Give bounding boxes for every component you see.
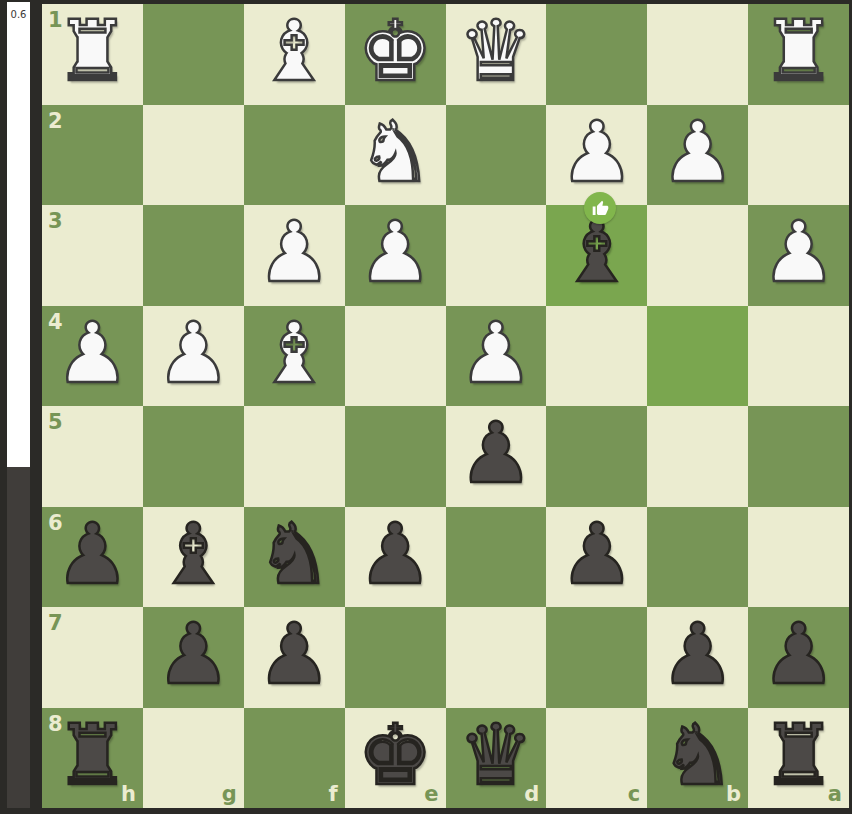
square-a4[interactable]	[748, 306, 849, 407]
square-g4[interactable]: ♟	[143, 306, 244, 407]
square-f6[interactable]: ♞	[244, 507, 345, 608]
white-pawn[interactable]: ♟	[660, 110, 735, 194]
white-rook[interactable]: ♜	[761, 9, 836, 93]
square-a7[interactable]: ♟	[748, 607, 849, 708]
white-king[interactable]: ♚	[357, 9, 432, 93]
chess-board: 1♜♝♚♛♜2♞♟♟3♟♟♝♟4♟♟♝♟5♟6♟♝♞♟♟7♟♟♟♟8h♜gfe♚…	[42, 4, 849, 808]
square-d1[interactable]: ♛	[446, 4, 547, 105]
white-bishop[interactable]: ♝	[257, 9, 332, 93]
white-pawn[interactable]: ♟	[761, 210, 836, 294]
black-queen[interactable]: ♛	[458, 713, 533, 797]
square-c8[interactable]: c	[546, 708, 647, 809]
square-c2[interactable]: ♟	[546, 105, 647, 206]
square-b4[interactable]	[647, 306, 748, 407]
square-e4[interactable]	[345, 306, 446, 407]
square-b2[interactable]: ♟	[647, 105, 748, 206]
square-g7[interactable]: ♟	[143, 607, 244, 708]
square-h6[interactable]: 6♟	[42, 507, 143, 608]
square-e7[interactable]	[345, 607, 446, 708]
black-pawn[interactable]: ♟	[660, 612, 735, 696]
square-d8[interactable]: d♛	[446, 708, 547, 809]
black-pawn[interactable]: ♟	[357, 512, 432, 596]
square-b7[interactable]: ♟	[647, 607, 748, 708]
square-a5[interactable]	[748, 406, 849, 507]
white-pawn[interactable]: ♟	[458, 311, 533, 395]
black-knight[interactable]: ♞	[257, 512, 332, 596]
file-label-f: f	[328, 784, 337, 805]
square-g1[interactable]	[143, 4, 244, 105]
thumbs-up-icon	[592, 200, 609, 217]
square-c1[interactable]	[546, 4, 647, 105]
white-knight[interactable]: ♞	[357, 110, 432, 194]
square-d6[interactable]	[446, 507, 547, 608]
black-pawn[interactable]: ♟	[55, 512, 130, 596]
white-bishop[interactable]: ♝	[257, 311, 332, 395]
black-knight[interactable]: ♞	[660, 713, 735, 797]
square-h7[interactable]: 7	[42, 607, 143, 708]
square-g2[interactable]	[143, 105, 244, 206]
square-g6[interactable]: ♝	[143, 507, 244, 608]
square-a2[interactable]	[748, 105, 849, 206]
square-a3[interactable]: ♟	[748, 205, 849, 306]
square-h3[interactable]: 3	[42, 205, 143, 306]
square-c4[interactable]	[546, 306, 647, 407]
square-h8[interactable]: 8h♜	[42, 708, 143, 809]
evaluation-score: 0.6	[7, 9, 30, 20]
square-c7[interactable]	[546, 607, 647, 708]
square-d4[interactable]: ♟	[446, 306, 547, 407]
square-g3[interactable]	[143, 205, 244, 306]
square-b1[interactable]	[647, 4, 748, 105]
white-rook[interactable]: ♜	[55, 9, 130, 93]
white-pawn[interactable]: ♟	[55, 311, 130, 395]
square-e1[interactable]: ♚	[345, 4, 446, 105]
square-a8[interactable]: a♜	[748, 708, 849, 809]
black-pawn[interactable]: ♟	[257, 612, 332, 696]
white-pawn[interactable]: ♟	[156, 311, 231, 395]
square-a6[interactable]	[748, 507, 849, 608]
rank-label-5: 5	[48, 412, 63, 433]
square-h2[interactable]: 2	[42, 105, 143, 206]
black-pawn[interactable]: ♟	[156, 612, 231, 696]
square-b6[interactable]	[647, 507, 748, 608]
black-king[interactable]: ♚	[357, 713, 432, 797]
square-f3[interactable]: ♟	[244, 205, 345, 306]
square-f5[interactable]	[244, 406, 345, 507]
square-b3[interactable]	[647, 205, 748, 306]
rank-label-3: 3	[48, 211, 63, 232]
square-g5[interactable]	[143, 406, 244, 507]
black-rook[interactable]: ♜	[55, 713, 130, 797]
rank-label-7: 7	[48, 613, 63, 634]
black-bishop[interactable]: ♝	[156, 512, 231, 596]
square-d3[interactable]	[446, 205, 547, 306]
good-move-badge	[584, 192, 616, 224]
rank-label-2: 2	[48, 111, 63, 132]
square-e8[interactable]: e♚	[345, 708, 446, 809]
white-pawn[interactable]: ♟	[559, 110, 634, 194]
square-f2[interactable]	[244, 105, 345, 206]
square-a1[interactable]: ♜	[748, 4, 849, 105]
white-queen[interactable]: ♛	[458, 9, 533, 93]
evaluation-bar-black-portion	[7, 467, 30, 808]
square-f1[interactable]: ♝	[244, 4, 345, 105]
square-h5[interactable]: 5	[42, 406, 143, 507]
square-e3[interactable]: ♟	[345, 205, 446, 306]
file-label-g: g	[222, 784, 237, 805]
square-c5[interactable]	[546, 406, 647, 507]
square-d5[interactable]: ♟	[446, 406, 547, 507]
square-f4[interactable]: ♝	[244, 306, 345, 407]
white-pawn[interactable]: ♟	[357, 210, 432, 294]
square-d2[interactable]	[446, 105, 547, 206]
square-e2[interactable]: ♞	[345, 105, 446, 206]
black-pawn[interactable]: ♟	[559, 512, 634, 596]
square-f7[interactable]: ♟	[244, 607, 345, 708]
square-b5[interactable]	[647, 406, 748, 507]
square-e5[interactable]	[345, 406, 446, 507]
square-h1[interactable]: 1♜	[42, 4, 143, 105]
square-d7[interactable]	[446, 607, 547, 708]
black-rook[interactable]: ♜	[761, 713, 836, 797]
square-f8[interactable]: f	[244, 708, 345, 809]
file-label-c: c	[628, 784, 640, 805]
square-e6[interactable]: ♟	[345, 507, 446, 608]
black-pawn[interactable]: ♟	[458, 411, 533, 495]
analysis-board-stage: 0.6 1♜♝♚♛♜2♞♟♟3♟♟♝♟4♟♟♝♟5♟6♟♝♞♟♟7♟♟♟♟8h♜…	[0, 0, 852, 814]
white-pawn[interactable]: ♟	[257, 210, 332, 294]
square-b8[interactable]: b♞	[647, 708, 748, 809]
square-h4[interactable]: 4♟	[42, 306, 143, 407]
evaluation-bar: 0.6	[7, 2, 30, 808]
black-pawn[interactable]: ♟	[761, 612, 836, 696]
square-c6[interactable]: ♟	[546, 507, 647, 608]
square-g8[interactable]: g	[143, 708, 244, 809]
